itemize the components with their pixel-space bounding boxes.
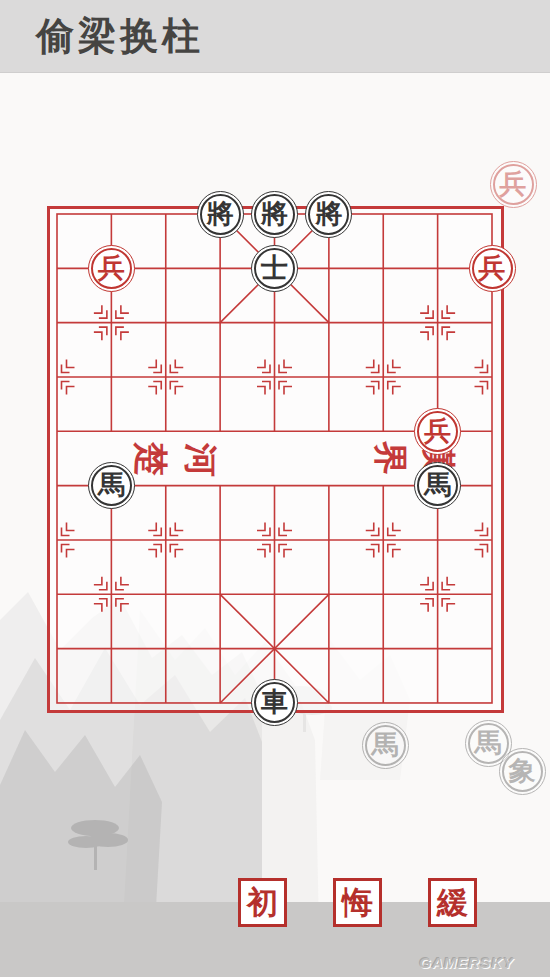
board-piece-black[interactable]: 馬: [88, 462, 135, 509]
river-label: 界: [372, 440, 409, 475]
piece-char: 馬: [475, 730, 502, 757]
piece-char: 象: [509, 758, 536, 785]
gamersky-watermark: GAMERSKY: [419, 954, 514, 971]
piece-char: 兵: [500, 171, 527, 198]
tray-piece-black: 馬: [362, 722, 409, 769]
undo-button[interactable]: 悔: [333, 878, 382, 927]
piece-char: 士: [261, 255, 288, 282]
board-piece-black[interactable]: 將: [305, 191, 352, 238]
piece-char: 兵: [479, 255, 506, 282]
piece-char: 馬: [372, 732, 399, 759]
hint-button[interactable]: 緩: [428, 878, 477, 927]
board-piece-black[interactable]: 將: [251, 191, 298, 238]
tray-piece-red: 兵: [490, 161, 537, 208]
board-piece-black[interactable]: 將: [197, 191, 244, 238]
board-piece-red[interactable]: 兵: [469, 245, 516, 292]
river-label: 楚: [132, 441, 169, 476]
piece-char: 將: [261, 201, 288, 228]
piece-char: 將: [207, 201, 234, 228]
river-label: 河: [182, 442, 219, 477]
piece-char: 馬: [424, 472, 451, 499]
restart-button[interactable]: 初: [238, 878, 287, 927]
level-title: 偷梁换柱: [36, 11, 204, 62]
piece-char: 馬: [98, 472, 125, 499]
xiangqi-board[interactable]: 楚河漢界將將將兵士兵兵馬馬車: [47, 206, 504, 713]
piece-char: 將: [315, 201, 342, 228]
piece-char: 兵: [424, 418, 451, 445]
piece-char: 車: [261, 689, 288, 716]
board-piece-black[interactable]: 士: [251, 245, 298, 292]
board-piece-black[interactable]: 馬: [414, 462, 461, 509]
piece-char: 兵: [98, 255, 125, 282]
board-piece-red[interactable]: 兵: [88, 245, 135, 292]
board-piece-red[interactable]: 兵: [414, 408, 461, 455]
tray-piece-black: 象: [499, 748, 546, 795]
header-bar: 偷梁换柱: [0, 0, 550, 73]
